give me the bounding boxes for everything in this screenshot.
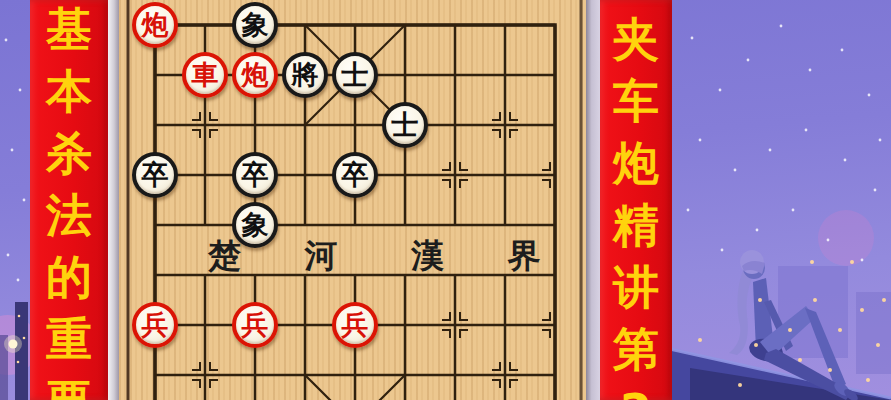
star [11,149,14,152]
black-piece-卒[interactable]: 卒 [232,152,278,198]
black-piece-卒[interactable]: 卒 [132,152,178,198]
red-piece-炮[interactable]: 炮 [232,52,278,98]
red-piece-兵[interactable]: 兵 [232,302,278,348]
star [788,328,792,332]
star [841,49,844,52]
star [19,89,22,92]
black-piece-象[interactable]: 象 [232,202,278,248]
star [687,209,690,212]
city-light [9,340,18,349]
star [860,308,864,312]
star [734,169,737,172]
star [798,358,802,362]
star [738,383,742,387]
banner-char: 第 [600,318,672,380]
star [792,209,795,212]
star [879,139,882,142]
banner-char: 讲 [600,256,672,318]
city-light [17,361,20,364]
city-light [23,337,26,340]
star [868,94,871,97]
black-piece-士[interactable]: 士 [382,102,428,148]
star [850,260,854,264]
star [23,199,26,202]
left-title-banner: 基 本 杀 法 的 重 要 [30,0,108,400]
star [866,378,870,382]
banner-char: 精 [600,194,672,256]
star [698,338,702,342]
black-piece-士[interactable]: 士 [332,52,378,98]
star [810,260,814,264]
star [844,159,847,162]
black-piece-將[interactable]: 將 [282,52,328,98]
star [17,279,20,282]
pink-glow [818,210,874,266]
red-piece-兵[interactable]: 兵 [332,302,378,348]
star [754,343,758,347]
banner-char: 夹 [600,8,672,70]
star [780,25,783,28]
star [809,69,812,72]
star [699,139,702,142]
banner-char: 本 [30,60,108,122]
star [747,59,750,62]
banner-char: 车 [600,70,672,132]
star [876,343,880,347]
star [813,298,817,302]
river-label-han-jie: 漢 界 [411,234,567,279]
city-light [18,315,21,318]
banner-char: 法 [30,184,108,246]
star [758,298,762,302]
star [838,328,842,332]
star [721,249,724,252]
star [7,254,10,257]
star [874,189,877,192]
star [719,89,722,92]
star [769,149,772,152]
star [691,37,694,40]
star [756,229,759,232]
red-piece-兵[interactable]: 兵 [132,302,178,348]
black-piece-象[interactable]: 象 [232,2,278,48]
red-piece-車[interactable]: 車 [182,52,228,98]
banner-char: 基 [30,0,108,60]
star [827,239,830,242]
right-title-banner: 夹 车 炮 精 讲 第 2 [600,0,672,400]
board-left-edge [108,0,119,400]
star [5,39,8,42]
banner-char: 杀 [30,122,108,184]
star [861,259,864,262]
star [805,129,808,132]
river-label-chu-he: 楚 河 [208,234,364,279]
star [828,368,832,372]
xiangqi-board[interactable]: 楚 河 漢 界 炮象車炮將士士卒卒卒象兵兵兵 [108,0,600,400]
building-silhouette [856,292,891,374]
banner-char: 重 [30,308,108,370]
board-right-edge [586,0,600,400]
red-piece-炮[interactable]: 炮 [132,2,178,48]
black-piece-卒[interactable]: 卒 [332,152,378,198]
banner-char: 要 [30,370,108,400]
star [882,298,886,302]
banner-char: 炮 [600,132,672,194]
banner-char: 的 [30,246,108,308]
banner-char: 2 [600,380,672,400]
video-frame: 基 本 杀 法 的 重 要 楚 河 漢 界 炮象車炮將士士卒卒卒象兵兵兵 夹 车… [0,0,891,400]
